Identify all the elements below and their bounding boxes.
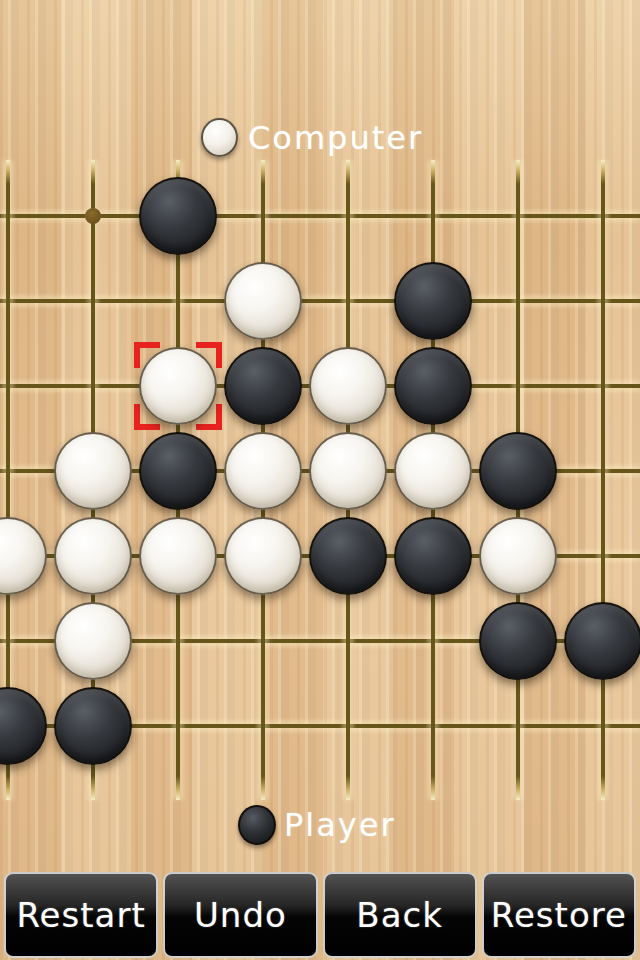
stone-white xyxy=(54,517,132,595)
stone-white xyxy=(139,517,217,595)
stone-black xyxy=(224,347,302,425)
back-button[interactable]: Back xyxy=(323,872,477,958)
grid-vline xyxy=(601,160,605,800)
stone-white xyxy=(309,432,387,510)
star-point xyxy=(85,208,101,224)
stone-black xyxy=(54,687,132,765)
stone-black xyxy=(309,517,387,595)
stone-black xyxy=(394,517,472,595)
go-board[interactable] xyxy=(0,160,640,800)
undo-button[interactable]: Undo xyxy=(163,872,317,958)
white-stone-icon xyxy=(201,118,238,157)
button-bar: Restart Undo Back Restore xyxy=(0,872,640,958)
stone-black xyxy=(564,602,640,680)
restart-button[interactable]: Restart xyxy=(4,872,158,958)
player-label: Player xyxy=(284,806,396,844)
computer-turn-indicator: Computer xyxy=(201,118,423,157)
stone-black xyxy=(139,432,217,510)
stone-white xyxy=(394,432,472,510)
stone-black xyxy=(394,347,472,425)
restore-button[interactable]: Restore xyxy=(482,872,636,958)
stone-white xyxy=(309,347,387,425)
gomoku-app-screen: { "game": "gomoku", "header": { "label":… xyxy=(0,0,640,960)
stone-black xyxy=(479,602,557,680)
stone-white xyxy=(224,432,302,510)
stone-white xyxy=(54,432,132,510)
stone-white xyxy=(224,517,302,595)
black-stone-icon xyxy=(238,805,276,845)
stone-white xyxy=(0,517,47,595)
computer-label: Computer xyxy=(248,119,423,157)
stone-black xyxy=(139,177,217,255)
stone-white xyxy=(139,347,217,425)
stone-black xyxy=(394,262,472,340)
stone-white xyxy=(479,517,557,595)
stone-black xyxy=(0,687,47,765)
player-turn-indicator: Player xyxy=(238,805,396,845)
stone-black xyxy=(479,432,557,510)
stone-white xyxy=(54,602,132,680)
stone-white xyxy=(224,262,302,340)
grid-hline xyxy=(0,299,640,303)
